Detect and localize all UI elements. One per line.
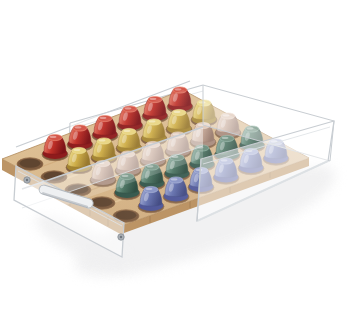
screw [118,234,124,240]
capsule-drawer-illustration [0,0,360,322]
screw [24,177,30,183]
product-photo-capsule-drawer [0,0,360,322]
